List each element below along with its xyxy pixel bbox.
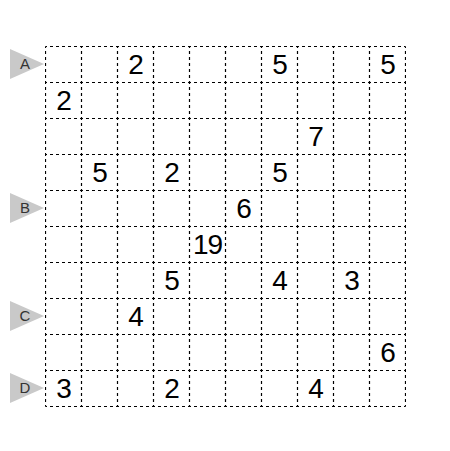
cell-r7c8[interactable] xyxy=(298,263,334,299)
cell-r1c10: 5 xyxy=(370,47,406,83)
cell-r6c6[interactable] xyxy=(226,227,262,263)
cell-r5c7[interactable] xyxy=(262,191,298,227)
cell-r8c10[interactable] xyxy=(370,299,406,335)
cell-r10c6[interactable] xyxy=(226,371,262,407)
cell-r1c2[interactable] xyxy=(82,47,118,83)
cell-r6c9[interactable] xyxy=(334,227,370,263)
cell-r5c2[interactable] xyxy=(82,191,118,227)
clue-number: 4 xyxy=(272,263,287,299)
row-marker-b: B xyxy=(10,193,44,223)
cell-r7c4: 5 xyxy=(154,263,190,299)
cell-r10c5[interactable] xyxy=(190,371,226,407)
cell-r3c7[interactable] xyxy=(262,119,298,155)
cell-r6c1[interactable] xyxy=(46,227,82,263)
clue-number: 3 xyxy=(56,371,71,407)
cell-r8c3: 4 xyxy=(118,299,154,335)
clue-number: 6 xyxy=(236,191,251,227)
cell-r2c5[interactable] xyxy=(190,83,226,119)
cell-r3c9[interactable] xyxy=(334,119,370,155)
cell-r8c5[interactable] xyxy=(190,299,226,335)
cell-r4c7: 5 xyxy=(262,155,298,191)
cell-r1c9[interactable] xyxy=(334,47,370,83)
cell-r7c7: 4 xyxy=(262,263,298,299)
cell-r7c9: 3 xyxy=(334,263,370,299)
fillomino-puzzle-page: 2552752561954346324 ABCD xyxy=(0,0,450,451)
cell-r3c10[interactable] xyxy=(370,119,406,155)
cell-r8c1[interactable] xyxy=(46,299,82,335)
clue-number: 5 xyxy=(272,155,287,191)
cell-r3c3[interactable] xyxy=(118,119,154,155)
clue-number: 7 xyxy=(308,119,323,155)
cell-r8c6[interactable] xyxy=(226,299,262,335)
cell-r2c8[interactable] xyxy=(298,83,334,119)
clue-number: 5 xyxy=(164,263,179,299)
cell-r3c8: 7 xyxy=(298,119,334,155)
cell-r8c9[interactable] xyxy=(334,299,370,335)
cell-r5c9[interactable] xyxy=(334,191,370,227)
cell-r2c4[interactable] xyxy=(154,83,190,119)
row-marker-label: D xyxy=(8,373,42,403)
clue-number: 2 xyxy=(128,47,143,83)
cell-r9c10: 6 xyxy=(370,335,406,371)
cell-r8c8[interactable] xyxy=(298,299,334,335)
cell-r3c4[interactable] xyxy=(154,119,190,155)
cell-r8c7[interactable] xyxy=(262,299,298,335)
clue-number: 3 xyxy=(344,263,359,299)
cell-r5c6: 6 xyxy=(226,191,262,227)
cell-r6c4[interactable] xyxy=(154,227,190,263)
cell-r6c7[interactable] xyxy=(262,227,298,263)
cell-r1c3: 2 xyxy=(118,47,154,83)
cell-r4c1[interactable] xyxy=(46,155,82,191)
cell-r10c8: 4 xyxy=(298,371,334,407)
cell-r4c3[interactable] xyxy=(118,155,154,191)
cell-r9c7[interactable] xyxy=(262,335,298,371)
cell-r7c6[interactable] xyxy=(226,263,262,299)
fillomino-board: 2552752561954346324 xyxy=(45,46,406,407)
row-marker-d: D xyxy=(10,373,44,403)
cell-r4c6[interactable] xyxy=(226,155,262,191)
clue-number: 4 xyxy=(308,371,323,407)
clue-number: 6 xyxy=(380,335,395,371)
cell-r10c7[interactable] xyxy=(262,371,298,407)
cell-r7c3[interactable] xyxy=(118,263,154,299)
grid-cells: 2552752561954346324 xyxy=(46,47,406,407)
row-marker-label: B xyxy=(8,193,42,223)
cell-r3c6[interactable] xyxy=(226,119,262,155)
row-marker-label: A xyxy=(8,49,42,79)
cell-r9c3[interactable] xyxy=(118,335,154,371)
cell-r2c10[interactable] xyxy=(370,83,406,119)
cell-r1c1[interactable] xyxy=(46,47,82,83)
cell-r4c5[interactable] xyxy=(190,155,226,191)
clue-number: 5 xyxy=(380,47,395,83)
cell-r9c9[interactable] xyxy=(334,335,370,371)
cell-r2c6[interactable] xyxy=(226,83,262,119)
cell-r6c5: 19 xyxy=(190,227,226,263)
cell-r5c1[interactable] xyxy=(46,191,82,227)
cell-r1c8[interactable] xyxy=(298,47,334,83)
cell-r9c8[interactable] xyxy=(298,335,334,371)
cell-r7c1[interactable] xyxy=(46,263,82,299)
cell-r5c8[interactable] xyxy=(298,191,334,227)
cell-r7c10[interactable] xyxy=(370,263,406,299)
cell-r5c10[interactable] xyxy=(370,191,406,227)
cell-r9c4[interactable] xyxy=(154,335,190,371)
cell-r4c8[interactable] xyxy=(298,155,334,191)
cell-r4c2: 5 xyxy=(82,155,118,191)
cell-r3c1[interactable] xyxy=(46,119,82,155)
cell-r3c5[interactable] xyxy=(190,119,226,155)
clue-number: 2 xyxy=(164,371,179,407)
row-marker-c: C xyxy=(10,301,44,331)
cell-r1c5[interactable] xyxy=(190,47,226,83)
cell-r4c10[interactable] xyxy=(370,155,406,191)
cell-r10c2[interactable] xyxy=(82,371,118,407)
cell-r4c4: 2 xyxy=(154,155,190,191)
cell-r10c4: 2 xyxy=(154,371,190,407)
cell-r6c2[interactable] xyxy=(82,227,118,263)
cell-r2c2[interactable] xyxy=(82,83,118,119)
cell-r7c2[interactable] xyxy=(82,263,118,299)
cell-r10c3[interactable] xyxy=(118,371,154,407)
clue-number: 4 xyxy=(128,299,143,335)
cell-r2c3[interactable] xyxy=(118,83,154,119)
clue-number: 2 xyxy=(56,83,71,119)
cell-r5c3[interactable] xyxy=(118,191,154,227)
cell-r8c2[interactable] xyxy=(82,299,118,335)
cell-r9c1[interactable] xyxy=(46,335,82,371)
cell-r2c9[interactable] xyxy=(334,83,370,119)
clue-number: 5 xyxy=(92,155,107,191)
cell-r6c10[interactable] xyxy=(370,227,406,263)
row-marker-label: C xyxy=(8,301,42,331)
cell-r2c7[interactable] xyxy=(262,83,298,119)
cell-r10c10[interactable] xyxy=(370,371,406,407)
cell-r8c4[interactable] xyxy=(154,299,190,335)
cell-r7c5[interactable] xyxy=(190,263,226,299)
cell-r3c2[interactable] xyxy=(82,119,118,155)
cell-r4c9[interactable] xyxy=(334,155,370,191)
row-marker-a: A xyxy=(10,49,44,79)
cell-r6c8[interactable] xyxy=(298,227,334,263)
cell-r5c4[interactable] xyxy=(154,191,190,227)
cell-r6c3[interactable] xyxy=(118,227,154,263)
cell-r10c9[interactable] xyxy=(334,371,370,407)
cell-r10c1: 3 xyxy=(46,371,82,407)
cell-r1c6[interactable] xyxy=(226,47,262,83)
clue-number: 2 xyxy=(164,155,179,191)
cell-r1c7: 5 xyxy=(262,47,298,83)
cell-r9c5[interactable] xyxy=(190,335,226,371)
cell-r1c4[interactable] xyxy=(154,47,190,83)
cell-r2c1: 2 xyxy=(46,83,82,119)
clue-number: 19 xyxy=(193,227,222,263)
cell-r9c2[interactable] xyxy=(82,335,118,371)
cell-r9c6[interactable] xyxy=(226,335,262,371)
clue-number: 5 xyxy=(272,47,287,83)
cell-r5c5[interactable] xyxy=(190,191,226,227)
